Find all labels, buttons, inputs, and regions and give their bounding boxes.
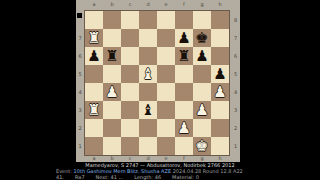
rank-label: 6 (231, 47, 240, 65)
file-label: e (157, 1, 175, 8)
file-label: c (121, 155, 139, 162)
square-g1: ♚ (193, 137, 211, 155)
square-b5 (103, 65, 121, 83)
square-b3 (103, 101, 121, 119)
square-f5 (175, 65, 193, 83)
rank-label: 1 (76, 137, 84, 155)
file-label: g (193, 155, 211, 162)
file-label: f (175, 1, 193, 8)
square-d5: ♝ (139, 65, 157, 83)
piece-white-rook: ♜ (85, 29, 103, 47)
square-h3 (211, 101, 229, 119)
move-san: Ra7 (75, 174, 85, 180)
square-h1 (211, 137, 229, 155)
piece-black-king: ♚ (193, 29, 211, 47)
file-label: a (85, 1, 103, 8)
square-h8 (211, 11, 229, 29)
piece-white-rook: ♜ (85, 101, 103, 119)
square-d4 (139, 83, 157, 101)
file-label: b (103, 155, 121, 162)
square-b8 (103, 11, 121, 29)
square-e6 (157, 47, 175, 65)
rank-label: 1 (231, 137, 240, 155)
file-label: c (121, 1, 139, 8)
file-label: h (211, 1, 229, 8)
square-e1 (157, 137, 175, 155)
square-d2 (139, 119, 157, 137)
file-labels-top: abcdefgh (85, 1, 229, 8)
square-d3: ♝ (139, 101, 157, 119)
square-e8 (157, 11, 175, 29)
square-b6: ♜ (103, 47, 121, 65)
square-a6: ♟ (85, 47, 103, 65)
piece-black-pawn: ♟ (211, 65, 229, 83)
rank-labels-left: 7654321 (76, 11, 84, 155)
piece-black-pawn: ♟ (175, 29, 193, 47)
square-f2: ♟ (175, 119, 193, 137)
rank-label: 5 (231, 65, 240, 83)
square-b2 (103, 119, 121, 137)
piece-black-pawn: ♟ (193, 47, 211, 65)
rank-label: 3 (76, 101, 84, 119)
square-c8 (121, 11, 139, 29)
square-d1 (139, 137, 157, 155)
piece-black-rook: ♜ (103, 47, 121, 65)
piece-white-pawn: ♟ (193, 101, 211, 119)
caption-area: Mamedyarov, S 2747 — Abdusattorov, Nodir… (0, 162, 320, 180)
rank-label: 7 (231, 29, 240, 47)
square-a1 (85, 137, 103, 155)
square-h2 (211, 119, 229, 137)
square-g5 (193, 65, 211, 83)
square-h5: ♟ (211, 65, 229, 83)
square-a4 (85, 83, 103, 101)
file-label: a (85, 155, 103, 162)
rank-label: 4 (76, 83, 84, 101)
rank-label: 6 (76, 47, 84, 65)
square-d6 (139, 47, 157, 65)
square-d7 (139, 29, 157, 47)
square-a2 (85, 119, 103, 137)
next-move: Next: 41 ... (96, 174, 124, 180)
square-a7: ♜ (85, 29, 103, 47)
square-g2 (193, 119, 211, 137)
square-f8 (175, 11, 193, 29)
square-e7 (157, 29, 175, 47)
square-a8 (85, 11, 103, 29)
square-c3 (121, 101, 139, 119)
square-c7 (121, 29, 139, 47)
square-a3: ♜ (85, 101, 103, 119)
square-f3 (175, 101, 193, 119)
square-h6 (211, 47, 229, 65)
square-b7 (103, 29, 121, 47)
rank-label: 2 (76, 119, 84, 137)
rank-label: 5 (76, 65, 84, 83)
square-c2 (121, 119, 139, 137)
square-e2 (157, 119, 175, 137)
square-g3: ♟ (193, 101, 211, 119)
square-h4: ♟ (211, 83, 229, 101)
piece-black-bishop: ♝ (139, 101, 157, 119)
square-c5 (121, 65, 139, 83)
square-g6: ♟ (193, 47, 211, 65)
square-e4 (157, 83, 175, 101)
square-d8 (139, 11, 157, 29)
piece-black-rook: ♜ (175, 47, 193, 65)
chess-board: ♜♟♚♟♜♜♟♝♟♟♟♜♝♟♟♚ (84, 10, 230, 156)
file-label: f (175, 155, 193, 162)
rank-label: 8 (231, 11, 240, 29)
square-a5 (85, 65, 103, 83)
game-length: Length: 46 (134, 174, 161, 180)
square-e3 (157, 101, 175, 119)
video-still: abcdefgh 7654321 ♜♟♚♟♜♜♟♝♟♟♟♜♝♟♟♚ 876543… (0, 0, 320, 180)
square-h7 (211, 29, 229, 47)
move-number: 41. (56, 174, 64, 180)
file-label: d (139, 155, 157, 162)
square-b4: ♟ (103, 83, 121, 101)
board-panel: abcdefgh 7654321 ♜♟♚♟♜♜♟♝♟♟♟♜♝♟♟♚ 876543… (76, 0, 240, 162)
piece-black-pawn: ♟ (85, 47, 103, 65)
material-balance: Material: 0 (172, 174, 199, 180)
square-f1 (175, 137, 193, 155)
piece-white-king: ♚ (193, 137, 211, 155)
square-f7: ♟ (175, 29, 193, 47)
rank-label: 7 (76, 29, 84, 47)
file-label: d (139, 1, 157, 8)
piece-white-pawn: ♟ (175, 119, 193, 137)
square-c1 (121, 137, 139, 155)
caption-moveinfo: 41. Ra7 Next: 41 ... Length: 46 Material… (0, 174, 320, 180)
piece-white-bishop: ♝ (139, 65, 157, 83)
file-label: h (211, 155, 229, 162)
square-g7: ♚ (193, 29, 211, 47)
rank-labels-right: 87654321 (231, 11, 240, 155)
square-f4 (175, 83, 193, 101)
square-e5 (157, 65, 175, 83)
piece-white-pawn: ♟ (103, 83, 121, 101)
file-label: b (103, 1, 121, 8)
square-b1 (103, 137, 121, 155)
square-c4 (121, 83, 139, 101)
rank-label: 2 (231, 119, 240, 137)
file-label: g (193, 1, 211, 8)
rank-label: 3 (231, 101, 240, 119)
square-f6: ♜ (175, 47, 193, 65)
piece-white-pawn: ♟ (211, 83, 229, 101)
square-c6 (121, 47, 139, 65)
square-g4 (193, 83, 211, 101)
rank-label: 4 (231, 83, 240, 101)
file-label: e (157, 155, 175, 162)
square-g8 (193, 11, 211, 29)
rank-label (76, 11, 84, 29)
file-labels-bottom: abcdefgh (85, 155, 229, 162)
